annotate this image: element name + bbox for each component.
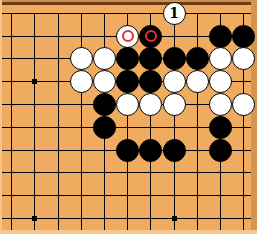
black-stone[interactable] [186,47,209,70]
black-stone[interactable] [163,47,186,70]
white-stone[interactable] [163,70,186,93]
go-board[interactable]: 1 [0,0,257,234]
white-stone[interactable] [209,70,232,93]
black-stone[interactable] [209,25,232,48]
move-number-label: 1 [169,6,179,20]
black-stone[interactable] [139,47,162,70]
black-stone[interactable] [139,139,162,162]
white-stone[interactable] [209,47,232,70]
white-stone[interactable]: 1 [163,2,186,25]
black-stone[interactable] [116,139,139,162]
white-stone[interactable] [70,47,93,70]
white-stone[interactable] [209,93,232,116]
black-stone[interactable] [209,116,232,139]
red-circle-marker [145,30,157,42]
white-stone[interactable] [139,93,162,116]
black-stone[interactable] [139,70,162,93]
black-stone[interactable] [139,25,162,48]
black-stone[interactable] [116,47,139,70]
black-stone[interactable] [116,70,139,93]
stones-layer: 1 [0,0,257,234]
black-stone[interactable] [209,139,232,162]
black-stone[interactable] [232,25,255,48]
white-stone[interactable] [186,70,209,93]
white-stone[interactable] [116,93,139,116]
black-stone[interactable] [163,139,186,162]
white-stone[interactable] [70,70,93,93]
black-stone[interactable] [93,93,116,116]
white-stone[interactable] [163,93,186,116]
red-circle-marker [122,30,134,42]
black-stone[interactable] [93,116,116,139]
white-stone[interactable] [93,47,116,70]
white-stone[interactable] [232,47,255,70]
white-stone[interactable] [93,70,116,93]
white-stone[interactable] [232,93,255,116]
white-stone[interactable] [116,25,139,48]
